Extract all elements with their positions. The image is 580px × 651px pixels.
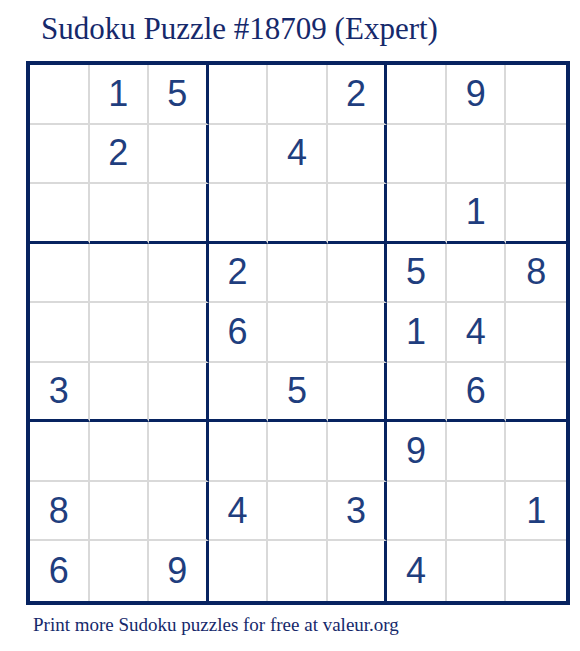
sudoku-cell-r3c6[interactable]	[328, 184, 388, 244]
sudoku-cell-r3c8[interactable]: 1	[447, 184, 507, 244]
sudoku-cell-r8c7[interactable]	[387, 482, 447, 542]
sudoku-cell-r2c7[interactable]	[387, 125, 447, 185]
sudoku-cell-r7c6[interactable]	[328, 422, 388, 482]
sudoku-cell-r7c7[interactable]: 9	[387, 422, 447, 482]
sudoku-cell-r9c6[interactable]	[328, 541, 388, 601]
sudoku-cell-r1c7[interactable]	[387, 65, 447, 125]
sudoku-cell-r3c9[interactable]	[506, 184, 566, 244]
sudoku-cell-r6c9[interactable]	[506, 363, 566, 423]
sudoku-cell-r2c1[interactable]	[30, 125, 90, 185]
sudoku-cell-r6c8[interactable]: 6	[447, 363, 507, 423]
sudoku-cell-r7c3[interactable]	[149, 422, 209, 482]
sudoku-cell-r8c2[interactable]	[90, 482, 150, 542]
sudoku-cell-r9c2[interactable]	[90, 541, 150, 601]
sudoku-cell-r4c4[interactable]: 2	[209, 244, 269, 304]
sudoku-cell-r4c9[interactable]: 8	[506, 244, 566, 304]
sudoku-cell-r7c1[interactable]	[30, 422, 90, 482]
page-title: Sudoku Puzzle #18709 (Expert)	[41, 12, 438, 46]
sudoku-cell-r5c4[interactable]: 6	[209, 303, 269, 363]
sudoku-page: Sudoku Puzzle #18709 (Expert) 1529241258…	[0, 0, 580, 651]
sudoku-cell-r6c7[interactable]	[387, 363, 447, 423]
sudoku-cell-r3c7[interactable]	[387, 184, 447, 244]
sudoku-cell-r2c9[interactable]	[506, 125, 566, 185]
sudoku-cell-r8c3[interactable]	[149, 482, 209, 542]
sudoku-cell-r6c1[interactable]: 3	[30, 363, 90, 423]
sudoku-cell-r7c4[interactable]	[209, 422, 269, 482]
sudoku-cell-r4c1[interactable]	[30, 244, 90, 304]
sudoku-cell-r2c2[interactable]: 2	[90, 125, 150, 185]
sudoku-cell-r5c9[interactable]	[506, 303, 566, 363]
sudoku-cell-r7c5[interactable]	[268, 422, 328, 482]
sudoku-cell-r2c4[interactable]	[209, 125, 269, 185]
sudoku-cell-r1c5[interactable]	[268, 65, 328, 125]
sudoku-cell-r6c3[interactable]	[149, 363, 209, 423]
sudoku-cell-r7c2[interactable]	[90, 422, 150, 482]
sudoku-cell-r8c8[interactable]	[447, 482, 507, 542]
sudoku-cell-r6c5[interactable]: 5	[268, 363, 328, 423]
sudoku-cell-r8c9[interactable]: 1	[506, 482, 566, 542]
sudoku-cell-r3c4[interactable]	[209, 184, 269, 244]
sudoku-cell-r1c2[interactable]: 1	[90, 65, 150, 125]
sudoku-cell-r5c6[interactable]	[328, 303, 388, 363]
sudoku-cell-r3c1[interactable]	[30, 184, 90, 244]
sudoku-cell-r9c1[interactable]: 6	[30, 541, 90, 601]
sudoku-cell-r1c1[interactable]	[30, 65, 90, 125]
sudoku-cell-r5c3[interactable]	[149, 303, 209, 363]
sudoku-cell-r9c3[interactable]: 9	[149, 541, 209, 601]
sudoku-cell-r5c5[interactable]	[268, 303, 328, 363]
sudoku-cell-r8c6[interactable]: 3	[328, 482, 388, 542]
sudoku-cell-r8c5[interactable]	[268, 482, 328, 542]
sudoku-cell-r2c5[interactable]: 4	[268, 125, 328, 185]
sudoku-cell-r6c6[interactable]	[328, 363, 388, 423]
sudoku-cell-r5c8[interactable]: 4	[447, 303, 507, 363]
sudoku-cell-r4c5[interactable]	[268, 244, 328, 304]
sudoku-cell-r3c5[interactable]	[268, 184, 328, 244]
sudoku-cell-r9c7[interactable]: 4	[387, 541, 447, 601]
sudoku-cell-r7c9[interactable]	[506, 422, 566, 482]
sudoku-cell-r9c4[interactable]	[209, 541, 269, 601]
sudoku-cell-r4c7[interactable]: 5	[387, 244, 447, 304]
sudoku-cell-r2c8[interactable]	[447, 125, 507, 185]
sudoku-cell-r6c2[interactable]	[90, 363, 150, 423]
sudoku-cell-r2c6[interactable]	[328, 125, 388, 185]
sudoku-cell-r1c9[interactable]	[506, 65, 566, 125]
sudoku-cell-r4c2[interactable]	[90, 244, 150, 304]
sudoku-cell-r8c1[interactable]: 8	[30, 482, 90, 542]
sudoku-cell-r1c8[interactable]: 9	[447, 65, 507, 125]
sudoku-cell-r9c8[interactable]	[447, 541, 507, 601]
sudoku-cell-r2c3[interactable]	[149, 125, 209, 185]
sudoku-cell-r4c8[interactable]	[447, 244, 507, 304]
sudoku-cell-r5c2[interactable]	[90, 303, 150, 363]
sudoku-board: 152924125861435698431694	[26, 61, 570, 605]
sudoku-cell-r5c1[interactable]	[30, 303, 90, 363]
sudoku-cell-r4c6[interactable]	[328, 244, 388, 304]
sudoku-cell-r5c7[interactable]: 1	[387, 303, 447, 363]
sudoku-cell-r4c3[interactable]	[149, 244, 209, 304]
sudoku-cell-r1c4[interactable]	[209, 65, 269, 125]
sudoku-cell-r1c3[interactable]: 5	[149, 65, 209, 125]
sudoku-cell-r9c9[interactable]	[506, 541, 566, 601]
sudoku-cell-r6c4[interactable]	[209, 363, 269, 423]
sudoku-cell-r3c2[interactable]	[90, 184, 150, 244]
footer-text: Print more Sudoku puzzles for free at va…	[33, 614, 399, 636]
sudoku-cell-r9c5[interactable]	[268, 541, 328, 601]
sudoku-cell-r1c6[interactable]: 2	[328, 65, 388, 125]
sudoku-cell-r7c8[interactable]	[447, 422, 507, 482]
sudoku-cell-r3c3[interactable]	[149, 184, 209, 244]
sudoku-cell-r8c4[interactable]: 4	[209, 482, 269, 542]
